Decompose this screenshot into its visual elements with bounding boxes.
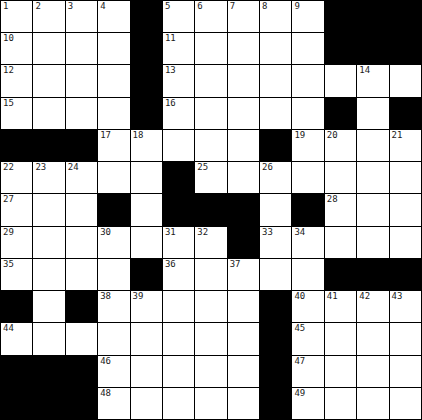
grid-cell[interactable] [33,194,64,225]
black-cell [131,33,162,64]
black-cell [260,130,291,161]
black-cell [1,356,32,387]
clue-number: 34 [294,227,305,238]
clue-number: 30 [100,227,111,238]
grid-cell[interactable]: 12 [1,65,32,96]
clue-number: 44 [3,323,14,334]
clue-number: 32 [197,227,208,238]
clue-number: 29 [3,227,14,238]
clue-number: 12 [3,65,14,76]
black-cell [390,1,421,32]
grid-cell[interactable]: 37 [228,259,259,290]
grid-cell[interactable] [66,33,97,64]
grid-cell[interactable] [260,65,291,96]
grid-cell[interactable] [131,356,162,387]
grid-cell[interactable]: 18 [131,130,162,161]
grid-cell[interactable] [228,33,259,64]
grid-cell[interactable] [131,388,162,419]
grid-cell[interactable] [292,98,323,129]
clue-number: 18 [133,130,144,141]
grid-cell[interactable] [131,162,162,193]
grid-cell[interactable] [260,259,291,290]
grid-cell[interactable] [357,227,388,258]
grid-cell[interactable]: 5 [163,1,194,32]
grid-cell[interactable] [33,33,64,64]
grid-cell[interactable] [98,98,129,129]
grid-cell[interactable] [390,356,421,387]
clue-number: 7 [230,1,235,12]
grid-cell[interactable]: 44 [1,323,32,354]
clue-number: 48 [100,388,111,399]
clue-number: 13 [165,65,176,76]
grid-cell[interactable] [195,291,226,322]
grid-cell[interactable] [66,98,97,129]
grid-cell[interactable] [33,259,64,290]
clue-number: 49 [294,388,305,399]
grid-cell[interactable]: 20 [325,130,356,161]
clue-number: 37 [230,259,241,270]
grid-cell[interactable]: 40 [292,291,323,322]
clue-number: 25 [197,162,208,173]
grid-cell[interactable] [292,259,323,290]
grid-cell[interactable]: 35 [1,259,32,290]
black-cell [66,356,97,387]
grid-cell[interactable] [98,323,129,354]
clue-number: 38 [100,291,111,302]
black-cell [357,33,388,64]
grid-cell[interactable] [66,65,97,96]
clue-number: 9 [294,1,299,12]
grid-cell[interactable]: 9 [292,1,323,32]
grid-cell[interactable] [325,356,356,387]
grid-cell[interactable]: 1 [1,1,32,32]
grid-cell[interactable] [228,388,259,419]
grid-cell[interactable]: 45 [292,323,323,354]
grid-cell[interactable] [390,227,421,258]
grid-cell[interactable] [98,33,129,64]
grid-cell[interactable]: 22 [1,162,32,193]
grid-cell[interactable] [390,323,421,354]
clue-number: 43 [392,291,403,302]
grid-cell[interactable]: 33 [260,227,291,258]
clue-number: 23 [35,162,46,173]
grid-cell[interactable]: 11 [163,33,194,64]
black-cell [325,98,356,129]
black-cell [357,1,388,32]
grid-cell[interactable]: 26 [260,162,291,193]
black-cell [1,130,32,161]
clue-number: 46 [100,356,111,367]
grid-cell[interactable] [228,162,259,193]
grid-cell[interactable] [390,194,421,225]
grid-cell[interactable] [131,227,162,258]
grid-cell[interactable] [33,291,64,322]
grid-cell[interactable] [98,65,129,96]
clue-number: 4 [100,1,105,12]
grid-cell[interactable] [195,323,226,354]
grid-cell[interactable] [325,388,356,419]
clue-number: 8 [262,1,267,12]
grid-cell[interactable] [195,98,226,129]
black-cell [66,130,97,161]
grid-cell[interactable]: 27 [1,194,32,225]
clue-number: 5 [165,1,170,12]
grid-cell[interactable] [66,323,97,354]
grid-cell[interactable] [390,65,421,96]
black-cell [260,356,291,387]
grid-cell[interactable] [195,130,226,161]
grid-cell[interactable]: 25 [195,162,226,193]
grid-cell[interactable]: 36 [163,259,194,290]
grid-cell[interactable]: 2 [33,1,64,32]
grid-cell[interactable] [325,323,356,354]
black-cell [131,65,162,96]
grid-cell[interactable]: 39 [131,291,162,322]
black-cell [163,194,194,225]
grid-cell[interactable]: 17 [98,130,129,161]
grid-cell[interactable] [292,65,323,96]
clue-number: 33 [262,227,273,238]
black-cell [33,388,64,419]
clue-number: 19 [294,130,305,141]
grid-cell[interactable] [195,259,226,290]
grid-cell[interactable] [357,98,388,129]
clue-number: 31 [165,227,176,238]
black-cell [390,259,421,290]
grid-cell[interactable]: 19 [292,130,323,161]
grid-cell[interactable]: 49 [292,388,323,419]
clue-number: 14 [359,65,370,76]
grid-cell[interactable] [228,291,259,322]
grid-cell[interactable]: 8 [260,1,291,32]
grid-cell[interactable] [33,323,64,354]
grid-cell[interactable]: 34 [292,227,323,258]
clue-number: 41 [327,291,338,302]
black-cell [390,98,421,129]
grid-cell[interactable]: 48 [98,388,129,419]
clue-number: 3 [68,1,73,12]
clue-number: 15 [3,98,14,109]
clue-number: 36 [165,259,176,270]
clue-number: 16 [165,98,176,109]
grid-cell[interactable]: 41 [325,291,356,322]
clue-number: 47 [294,356,305,367]
clue-number: 6 [197,1,202,12]
grid-cell[interactable] [260,98,291,129]
grid-cell[interactable]: 4 [98,1,129,32]
grid-cell[interactable] [357,162,388,193]
grid-cell[interactable] [66,259,97,290]
grid-cell[interactable]: 16 [163,98,194,129]
clue-number: 22 [3,162,14,173]
clue-number: 26 [262,162,273,173]
black-cell [33,356,64,387]
clue-number: 40 [294,291,305,302]
grid-cell[interactable]: 15 [1,98,32,129]
grid-cell[interactable] [33,227,64,258]
grid-cell[interactable] [195,356,226,387]
black-cell [390,33,421,64]
grid-cell[interactable] [228,356,259,387]
black-cell [131,1,162,32]
clue-number: 10 [3,33,14,44]
crossword-board: 1234567891011121314151617181920212223242… [0,0,422,420]
grid-cell[interactable] [292,33,323,64]
grid-cell[interactable] [131,194,162,225]
grid-cell[interactable] [390,388,421,419]
black-cell [98,194,129,225]
grid-cell[interactable] [66,227,97,258]
black-cell [1,388,32,419]
black-cell [131,259,162,290]
grid-cell[interactable] [228,65,259,96]
black-cell [292,194,323,225]
grid-cell[interactable] [195,33,226,64]
black-cell [228,227,259,258]
clue-number: 2 [35,1,40,12]
grid-cell[interactable]: 31 [163,227,194,258]
clue-number: 35 [3,259,14,270]
clue-number: 11 [165,33,176,44]
black-cell [325,1,356,32]
clue-number: 39 [133,291,144,302]
grid-cell[interactable] [163,291,194,322]
grid-cell[interactable] [390,162,421,193]
grid-cell[interactable]: 6 [195,1,226,32]
grid-cell[interactable]: 14 [357,65,388,96]
grid-cell[interactable]: 3 [66,1,97,32]
grid-cell[interactable] [292,162,323,193]
black-cell [195,194,226,225]
clue-number: 21 [392,130,403,141]
crossword-puzzle: 1234567891011121314151617181920212223242… [0,0,422,420]
grid-cell[interactable]: 29 [1,227,32,258]
grid-cell[interactable] [228,130,259,161]
grid-cell[interactable]: 21 [390,130,421,161]
grid-cell[interactable]: 24 [66,162,97,193]
black-cell [325,259,356,290]
grid-cell[interactable] [33,65,64,96]
grid-cell[interactable] [228,323,259,354]
clue-number: 1 [3,1,8,12]
black-cell [131,98,162,129]
black-cell [260,323,291,354]
grid-cell[interactable]: 42 [357,291,388,322]
grid-cell[interactable]: 13 [163,65,194,96]
black-cell [66,291,97,322]
grid-cell[interactable]: 43 [390,291,421,322]
grid-cell[interactable] [260,33,291,64]
grid-cell[interactable]: 23 [33,162,64,193]
grid-cell[interactable] [98,162,129,193]
grid-cell[interactable] [163,356,194,387]
black-cell [260,388,291,419]
grid-cell[interactable] [33,98,64,129]
grid-cell[interactable] [66,194,97,225]
grid-cell[interactable] [195,65,226,96]
grid-cell[interactable] [260,194,291,225]
black-cell [228,194,259,225]
grid-cell[interactable] [98,259,129,290]
grid-cell[interactable] [357,388,388,419]
grid-cell[interactable] [163,323,194,354]
grid-cell[interactable]: 10 [1,33,32,64]
black-cell [33,130,64,161]
grid-cell[interactable]: 38 [98,291,129,322]
black-cell [357,259,388,290]
grid-cell[interactable] [325,65,356,96]
black-cell [325,33,356,64]
grid-cell[interactable] [195,388,226,419]
clue-number: 17 [100,130,111,141]
clue-number: 24 [68,162,79,173]
black-cell [260,291,291,322]
clue-number: 42 [359,291,370,302]
black-cell [163,162,194,193]
black-cell [1,291,32,322]
clue-number: 45 [294,323,305,334]
grid-cell[interactable]: 7 [228,1,259,32]
grid-cell[interactable] [325,162,356,193]
grid-cell[interactable] [325,227,356,258]
grid-cell[interactable]: 47 [292,356,323,387]
grid-cell[interactable]: 32 [195,227,226,258]
clue-number: 28 [327,194,338,205]
grid-cell[interactable] [357,323,388,354]
clue-number: 20 [327,130,338,141]
grid-cell[interactable] [131,323,162,354]
grid-cell[interactable]: 28 [325,194,356,225]
grid-cell[interactable] [228,98,259,129]
grid-cell[interactable] [163,388,194,419]
grid-cell[interactable]: 30 [98,227,129,258]
grid-cell[interactable] [357,130,388,161]
grid-cell[interactable] [357,356,388,387]
grid-cell[interactable]: 46 [98,356,129,387]
clue-number: 27 [3,194,14,205]
grid-cell[interactable] [163,130,194,161]
black-cell [66,388,97,419]
grid-cell[interactable] [357,194,388,225]
